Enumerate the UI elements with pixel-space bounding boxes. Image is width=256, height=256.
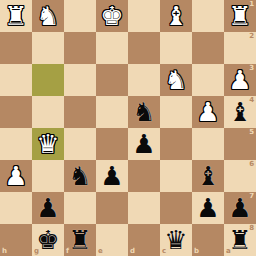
square-b7[interactable]: ♟ [192,192,224,224]
square-c4[interactable] [160,96,192,128]
black-king[interactable]: ♚ [32,224,64,256]
black-pawn[interactable]: ♟ [128,128,160,160]
square-f8[interactable]: f♜ [64,224,96,256]
square-d8[interactable]: d [128,224,160,256]
square-g1[interactable]: ♞ [32,0,64,32]
square-g4[interactable] [32,96,64,128]
square-a7[interactable]: 7♟ [224,192,256,224]
square-e6[interactable]: ♟ [96,160,128,192]
square-c6[interactable] [160,160,192,192]
square-d1[interactable] [128,0,160,32]
white-king[interactable]: ♚ [96,0,128,32]
square-b8[interactable]: b [192,224,224,256]
square-c3[interactable]: ♞ [160,64,192,96]
square-h7[interactable] [0,192,32,224]
square-d4[interactable]: ♞ [128,96,160,128]
square-f5[interactable] [64,128,96,160]
white-knight[interactable]: ♞ [160,64,192,96]
square-b1[interactable] [192,0,224,32]
square-h4[interactable] [0,96,32,128]
square-b6[interactable]: ♝ [192,160,224,192]
square-a4[interactable]: 4♝ [224,96,256,128]
square-d2[interactable] [128,32,160,64]
square-f3[interactable] [64,64,96,96]
black-bishop[interactable]: ♝ [192,160,224,192]
square-d6[interactable] [128,160,160,192]
square-e4[interactable] [96,96,128,128]
rank-label-6: 6 [249,161,254,168]
square-a6[interactable]: 6 [224,160,256,192]
square-g2[interactable] [32,32,64,64]
square-h2[interactable] [0,32,32,64]
white-rook[interactable]: ♜ [224,0,256,32]
file-label-h: h [2,248,7,255]
square-e3[interactable] [96,64,128,96]
square-b5[interactable] [192,128,224,160]
square-b2[interactable] [192,32,224,64]
square-e5[interactable] [96,128,128,160]
black-pawn[interactable]: ♟ [192,192,224,224]
file-label-d: d [130,248,135,255]
black-knight[interactable]: ♞ [128,96,160,128]
square-h6[interactable]: ♟ [0,160,32,192]
black-pawn[interactable]: ♟ [32,192,64,224]
square-d3[interactable] [128,64,160,96]
chess-board: ♜♞♚♝1♜2♞3♟♞♟4♝♛♟5♟♞♟♝6♟♟7♟hg♚f♜edc♛b8a♜ [0,0,256,256]
square-b4[interactable]: ♟ [192,96,224,128]
file-label-e: e [98,248,103,255]
black-rook[interactable]: ♜ [224,224,256,256]
square-e1[interactable]: ♚ [96,0,128,32]
black-pawn[interactable]: ♟ [224,192,256,224]
square-d5[interactable]: ♟ [128,128,160,160]
square-h3[interactable] [0,64,32,96]
square-c5[interactable] [160,128,192,160]
square-a5[interactable]: 5 [224,128,256,160]
square-f4[interactable] [64,96,96,128]
square-g8[interactable]: g♚ [32,224,64,256]
file-label-b: b [194,248,199,255]
square-h1[interactable]: ♜ [0,0,32,32]
square-e7[interactable] [96,192,128,224]
square-e8[interactable]: e [96,224,128,256]
square-a2[interactable]: 2 [224,32,256,64]
square-f2[interactable] [64,32,96,64]
square-d7[interactable] [128,192,160,224]
square-g7[interactable]: ♟ [32,192,64,224]
square-f7[interactable] [64,192,96,224]
square-c8[interactable]: c♛ [160,224,192,256]
square-f6[interactable]: ♞ [64,160,96,192]
square-h8[interactable]: h [0,224,32,256]
white-pawn[interactable]: ♟ [0,160,32,192]
white-pawn[interactable]: ♟ [224,64,256,96]
square-f1[interactable] [64,0,96,32]
square-c7[interactable] [160,192,192,224]
black-queen[interactable]: ♛ [160,224,192,256]
black-pawn[interactable]: ♟ [96,160,128,192]
square-b3[interactable] [192,64,224,96]
white-queen[interactable]: ♛ [32,128,64,160]
square-c2[interactable] [160,32,192,64]
square-e2[interactable] [96,32,128,64]
square-a8[interactable]: 8a♜ [224,224,256,256]
square-g3[interactable] [32,64,64,96]
square-a3[interactable]: 3♟ [224,64,256,96]
square-c1[interactable]: ♝ [160,0,192,32]
white-knight[interactable]: ♞ [32,0,64,32]
black-rook[interactable]: ♜ [64,224,96,256]
black-knight[interactable]: ♞ [64,160,96,192]
black-bishop[interactable]: ♝ [224,96,256,128]
rank-label-2: 2 [249,33,254,40]
white-pawn[interactable]: ♟ [192,96,224,128]
square-h5[interactable] [0,128,32,160]
white-bishop[interactable]: ♝ [160,0,192,32]
square-g6[interactable] [32,160,64,192]
white-rook[interactable]: ♜ [0,0,32,32]
square-g5[interactable]: ♛ [32,128,64,160]
rank-label-5: 5 [249,129,254,136]
square-a1[interactable]: 1♜ [224,0,256,32]
